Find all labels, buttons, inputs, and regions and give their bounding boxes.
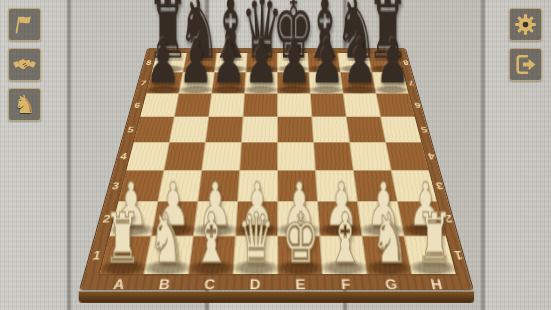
square-b4[interactable]: [165, 143, 205, 170]
square-a6[interactable]: [140, 94, 178, 117]
square-h4[interactable]: [386, 143, 428, 170]
chess-board: ♜♞♝♛♚♝♞♜♟♟♟♟♟♟♟♟♟♟♟♟♟♟♟♟♜♞♝♛♚♝♞♜ 8765432…: [79, 48, 474, 290]
rank-label-left-8: 8: [143, 59, 154, 66]
square-f7[interactable]: ♟: [309, 73, 342, 94]
white-bishop[interactable]: ♝: [193, 203, 230, 272]
black-pawn[interactable]: ♟: [309, 31, 343, 92]
square-d1[interactable]: ♛: [234, 236, 277, 274]
rank-label-left-7: 7: [137, 79, 149, 86]
draw-offer-button[interactable]: [8, 48, 41, 81]
square-d5[interactable]: [242, 117, 277, 142]
square-c1[interactable]: ♝: [189, 236, 235, 274]
square-b6[interactable]: [175, 94, 211, 117]
white-knight[interactable]: ♞: [148, 203, 185, 272]
square-a4[interactable]: [127, 143, 169, 170]
handshake-icon: [12, 52, 37, 77]
square-d4[interactable]: [240, 143, 277, 170]
square-c7[interactable]: ♟: [212, 73, 245, 94]
square-f6[interactable]: [311, 94, 346, 117]
rank-label-right-6: 6: [411, 101, 423, 109]
exit-icon: [513, 52, 538, 77]
board-front-edge: [79, 292, 475, 303]
square-c6[interactable]: [209, 94, 244, 117]
board-squares: ♜♞♝♛♚♝♞♜♟♟♟♟♟♟♟♟♟♟♟♟♟♟♟♟♜♞♝♛♚♝♞♜: [98, 52, 457, 275]
flag-icon: [13, 13, 37, 37]
square-g6[interactable]: [344, 94, 380, 117]
square-h7[interactable]: ♟: [372, 73, 408, 94]
square-e5[interactable]: [278, 117, 313, 142]
settings-button[interactable]: [509, 8, 542, 41]
square-b7[interactable]: ♟: [179, 73, 214, 94]
square-b1[interactable]: ♞: [144, 236, 192, 274]
square-f5[interactable]: [312, 117, 349, 142]
white-rook[interactable]: ♜: [103, 203, 140, 272]
rank-label-right-8: 8: [400, 59, 411, 66]
square-g4[interactable]: [350, 143, 390, 170]
exit-button[interactable]: [509, 48, 542, 81]
rank-label-right-7: 7: [406, 79, 418, 86]
square-e6[interactable]: [278, 94, 311, 117]
square-e1[interactable]: ♚: [278, 236, 322, 274]
white-bishop[interactable]: ♝: [326, 203, 363, 272]
square-a5[interactable]: [134, 117, 174, 142]
square-e7[interactable]: ♟: [278, 73, 310, 94]
black-pawn[interactable]: ♟: [277, 31, 311, 92]
resign-button[interactable]: [8, 8, 41, 41]
white-rook[interactable]: ♜: [415, 203, 452, 272]
rank-label-left-6: 6: [131, 101, 143, 109]
square-h1[interactable]: ♜: [405, 236, 456, 274]
square-g7[interactable]: ♟: [341, 73, 376, 94]
square-g1[interactable]: ♞: [363, 236, 411, 274]
black-pawn[interactable]: ♟: [178, 31, 212, 92]
square-b5[interactable]: [170, 117, 208, 142]
square-c5[interactable]: [206, 117, 243, 142]
square-d6[interactable]: [244, 94, 277, 117]
black-pawn[interactable]: ♟: [211, 31, 245, 92]
square-h5[interactable]: [381, 117, 421, 142]
square-h6[interactable]: [377, 94, 415, 117]
rank-label-right-5: 5: [418, 125, 431, 133]
square-c4[interactable]: [202, 143, 241, 170]
rank-label-left-5: 5: [124, 125, 137, 133]
app-canvas: ♜♞♝♛♚♝♞♜♟♟♟♟♟♟♟♟♟♟♟♟♟♟♟♟♜♞♝♛♚♝♞♜ 8765432…: [0, 0, 551, 310]
square-a7[interactable]: ♟: [146, 73, 182, 94]
black-pawn[interactable]: ♟: [342, 31, 376, 92]
knight-icon: ♞: [13, 92, 35, 117]
white-queen[interactable]: ♛: [237, 203, 274, 272]
square-e4[interactable]: [278, 143, 315, 170]
square-g5[interactable]: [347, 117, 385, 142]
square-f4[interactable]: [314, 143, 353, 170]
square-f1[interactable]: ♝: [320, 236, 366, 274]
gear-icon: [513, 12, 538, 37]
square-d7[interactable]: ♟: [245, 73, 277, 94]
black-pawn[interactable]: ♟: [244, 31, 278, 92]
white-king[interactable]: ♚: [282, 203, 319, 272]
hint-button[interactable]: ♞: [8, 88, 41, 121]
white-knight[interactable]: ♞: [371, 203, 408, 272]
